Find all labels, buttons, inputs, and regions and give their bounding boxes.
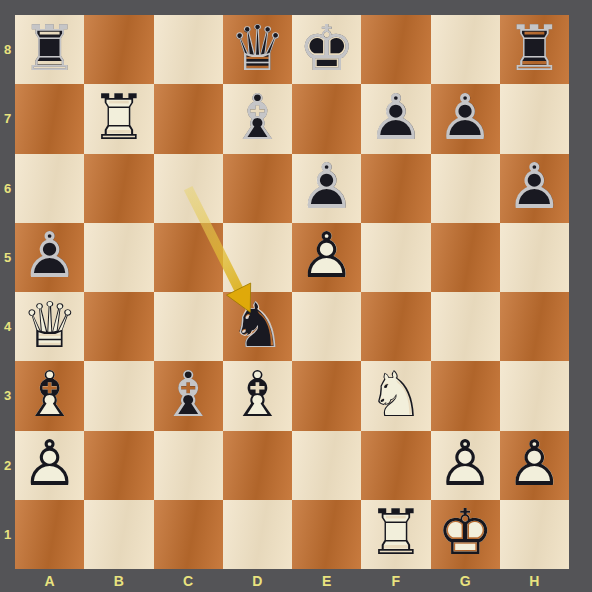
rank-label-5: 5	[0, 223, 15, 292]
white-pawn[interactable]: ♟♙	[292, 223, 361, 292]
black-pawn-glyph: ♟	[431, 86, 500, 149]
square-f5[interactable]	[361, 223, 430, 292]
black-bishop-glyph-detail: ♗	[223, 86, 292, 149]
square-f3[interactable]: ♞♘	[361, 361, 430, 430]
black-rook-glyph: ♜	[15, 17, 84, 80]
square-e2[interactable]	[292, 431, 361, 500]
white-rook-glyph-detail: ♖	[361, 502, 430, 565]
square-b3[interactable]	[84, 361, 153, 430]
black-bishop[interactable]: ♝♗	[223, 84, 292, 153]
white-bishop[interactable]: ♝♗	[15, 361, 84, 430]
square-e8[interactable]: ♚♔	[292, 15, 361, 84]
white-bishop-glyph-detail: ♗	[15, 363, 84, 426]
file-label-H: H	[500, 569, 569, 592]
white-rook[interactable]: ♜♖	[361, 500, 430, 569]
black-pawn[interactable]: ♟♙	[292, 154, 361, 223]
black-pawn[interactable]: ♟♙	[15, 223, 84, 292]
square-a2[interactable]: ♟♙	[15, 431, 84, 500]
white-pawn-glyph-detail: ♙	[500, 432, 569, 495]
black-queen-glyph-detail: ♕	[223, 17, 292, 80]
black-pawn-glyph: ♟	[361, 86, 430, 149]
black-pawn-glyph-detail: ♙	[15, 225, 84, 288]
rank-label-7: 7	[0, 84, 15, 153]
square-b7[interactable]: ♜♖	[84, 84, 153, 153]
white-knight[interactable]: ♞♘	[361, 361, 430, 430]
black-pawn-glyph-detail: ♙	[500, 155, 569, 218]
square-d6[interactable]	[223, 154, 292, 223]
square-g6[interactable]	[431, 154, 500, 223]
square-c7[interactable]	[154, 84, 223, 153]
white-pawn-glyph-detail: ♙	[15, 432, 84, 495]
square-f1[interactable]: ♜♖	[361, 500, 430, 569]
black-pawn-glyph-detail: ♙	[361, 86, 430, 149]
black-king-glyph: ♚	[292, 17, 361, 80]
square-c5[interactable]	[154, 223, 223, 292]
white-king-glyph: ♚	[431, 502, 500, 565]
square-a8[interactable]: ♜♖	[15, 15, 84, 84]
white-pawn-glyph-detail: ♙	[431, 432, 500, 495]
square-e1[interactable]	[292, 500, 361, 569]
black-knight-glyph-detail: ♘	[223, 294, 292, 357]
square-h2[interactable]: ♟♙	[500, 431, 569, 500]
white-pawn-glyph-detail: ♙	[292, 225, 361, 288]
square-b2[interactable]	[84, 431, 153, 500]
square-g5[interactable]	[431, 223, 500, 292]
file-label-E: E	[292, 569, 361, 592]
file-label-C: C	[154, 569, 223, 592]
square-a4[interactable]: ♛♕	[15, 292, 84, 361]
white-pawn-glyph: ♟	[500, 432, 569, 495]
square-f2[interactable]	[361, 431, 430, 500]
white-king-glyph-detail: ♔	[431, 502, 500, 565]
square-h3[interactable]	[500, 361, 569, 430]
square-e3[interactable]	[292, 361, 361, 430]
black-knight-glyph: ♞	[223, 294, 292, 357]
black-pawn-glyph-detail: ♙	[292, 155, 361, 218]
black-king[interactable]: ♚♔	[292, 15, 361, 84]
square-f7[interactable]: ♟♙	[361, 84, 430, 153]
square-h7[interactable]	[500, 84, 569, 153]
black-king-glyph-detail: ♔	[292, 17, 361, 80]
file-labels: ABCDEFGH	[15, 569, 569, 592]
square-b4[interactable]	[84, 292, 153, 361]
white-bishop-glyph-detail: ♗	[223, 363, 292, 426]
square-b5[interactable]	[84, 223, 153, 292]
square-c3[interactable]: ♝♗	[154, 361, 223, 430]
white-knight-glyph-detail: ♘	[361, 363, 430, 426]
black-rook-glyph: ♜	[500, 17, 569, 80]
white-pawn[interactable]: ♟♙	[431, 431, 500, 500]
black-bishop-glyph: ♝	[223, 86, 292, 149]
square-a7[interactable]	[15, 84, 84, 153]
white-bishop[interactable]: ♝♗	[223, 361, 292, 430]
square-h1[interactable]	[500, 500, 569, 569]
white-pawn[interactable]: ♟♙	[15, 431, 84, 500]
square-f8[interactable]	[361, 15, 430, 84]
file-label-D: D	[223, 569, 292, 592]
square-b6[interactable]	[84, 154, 153, 223]
square-d4[interactable]: ♞♘	[223, 292, 292, 361]
square-a1[interactable]	[15, 500, 84, 569]
square-h6[interactable]: ♟♙	[500, 154, 569, 223]
square-g3[interactable]	[431, 361, 500, 430]
black-pawn-glyph: ♟	[292, 155, 361, 218]
square-c2[interactable]	[154, 431, 223, 500]
file-label-G: G	[431, 569, 500, 592]
square-e4[interactable]	[292, 292, 361, 361]
square-c6[interactable]	[154, 154, 223, 223]
square-f4[interactable]	[361, 292, 430, 361]
black-queen[interactable]: ♛♕	[223, 15, 292, 84]
square-d2[interactable]	[223, 431, 292, 500]
black-pawn-glyph: ♟	[15, 225, 84, 288]
square-h4[interactable]	[500, 292, 569, 361]
black-pawn-glyph-detail: ♙	[431, 86, 500, 149]
black-pawn[interactable]: ♟♙	[500, 154, 569, 223]
square-a5[interactable]: ♟♙	[15, 223, 84, 292]
square-e5[interactable]: ♟♙	[292, 223, 361, 292]
square-h5[interactable]	[500, 223, 569, 292]
rank-labels: 87654321	[0, 15, 15, 569]
square-c4[interactable]	[154, 292, 223, 361]
rank-label-4: 4	[0, 292, 15, 361]
white-pawn-glyph: ♟	[431, 432, 500, 495]
file-label-B: B	[84, 569, 153, 592]
white-queen[interactable]: ♛♕	[15, 292, 84, 361]
black-rook-glyph-detail: ♖	[500, 17, 569, 80]
rank-label-6: 6	[0, 154, 15, 223]
square-b1[interactable]	[84, 500, 153, 569]
white-bishop-glyph: ♝	[15, 363, 84, 426]
file-label-F: F	[361, 569, 430, 592]
square-a3[interactable]: ♝♗	[15, 361, 84, 430]
square-g8[interactable]	[431, 15, 500, 84]
file-label-A: A	[15, 569, 84, 592]
black-pawn[interactable]: ♟♙	[431, 84, 500, 153]
square-d8[interactable]: ♛♕	[223, 15, 292, 84]
black-knight[interactable]: ♞♘	[223, 292, 292, 361]
white-pawn-glyph: ♟	[292, 225, 361, 288]
white-king[interactable]: ♚♔	[431, 500, 500, 569]
chess-board: ♜♖♛♕♚♔♜♖♜♖♝♗♟♙♟♙♟♙♟♙♟♙♟♙♛♕♞♘♝♗♝♗♝♗♞♘♟♙♟♙…	[15, 15, 569, 569]
rank-label-3: 3	[0, 361, 15, 430]
square-d5[interactable]	[223, 223, 292, 292]
white-pawn[interactable]: ♟♙	[500, 431, 569, 500]
square-c1[interactable]	[154, 500, 223, 569]
square-d3[interactable]: ♝♗	[223, 361, 292, 430]
square-f6[interactable]	[361, 154, 430, 223]
black-rook-glyph-detail: ♖	[15, 17, 84, 80]
square-e7[interactable]	[292, 84, 361, 153]
black-queen-glyph: ♛	[223, 17, 292, 80]
rank-label-2: 2	[0, 431, 15, 500]
square-h8[interactable]: ♜♖	[500, 15, 569, 84]
white-rook-glyph-detail: ♖	[84, 86, 153, 149]
white-queen-glyph: ♛	[15, 294, 84, 357]
black-rook[interactable]: ♜♖	[500, 15, 569, 84]
square-d7[interactable]: ♝♗	[223, 84, 292, 153]
white-rook-glyph: ♜	[361, 502, 430, 565]
white-bishop-glyph: ♝	[223, 363, 292, 426]
white-rook[interactable]: ♜♖	[84, 84, 153, 153]
square-a6[interactable]	[15, 154, 84, 223]
square-g1[interactable]: ♚♔	[431, 500, 500, 569]
board-frame: 87654321 ABCDEFGH ♜♖♛♕♚♔♜♖♜♖♝♗♟♙♟♙♟♙♟♙♟♙…	[0, 0, 592, 592]
square-g4[interactable]	[431, 292, 500, 361]
black-pawn[interactable]: ♟♙	[361, 84, 430, 153]
black-bishop[interactable]: ♝♗	[154, 361, 223, 430]
black-rook[interactable]: ♜♖	[15, 15, 84, 84]
rank-label-1: 1	[0, 500, 15, 569]
white-knight-glyph: ♞	[361, 363, 430, 426]
black-bishop-glyph: ♝	[154, 363, 223, 426]
white-queen-glyph-detail: ♕	[15, 294, 84, 357]
square-b8[interactable]	[84, 15, 153, 84]
square-d1[interactable]	[223, 500, 292, 569]
black-pawn-glyph: ♟	[500, 155, 569, 218]
white-pawn-glyph: ♟	[15, 432, 84, 495]
white-rook-glyph: ♜	[84, 86, 153, 149]
square-g7[interactable]: ♟♙	[431, 84, 500, 153]
black-bishop-glyph-detail: ♗	[154, 363, 223, 426]
rank-label-8: 8	[0, 15, 15, 84]
square-c8[interactable]	[154, 15, 223, 84]
square-e6[interactable]: ♟♙	[292, 154, 361, 223]
square-g2[interactable]: ♟♙	[431, 431, 500, 500]
